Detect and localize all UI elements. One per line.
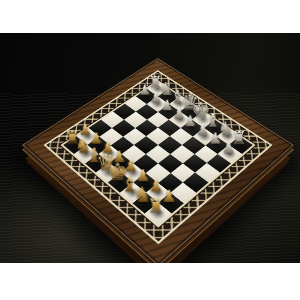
piece-black-pawn: ♟ [217, 141, 239, 156]
white-letterbox-top [0, 0, 300, 33]
piece-white-rook: ♜ [143, 196, 168, 216]
product-photo: ♜♞♝♛♚♝♞♜♟♟♟♟♟♟♟♟♟♟♟♟♟♟♟♟♜♞♝♛♚♝♞♜ [0, 33, 300, 263]
white-letterbox-bottom [0, 263, 300, 300]
